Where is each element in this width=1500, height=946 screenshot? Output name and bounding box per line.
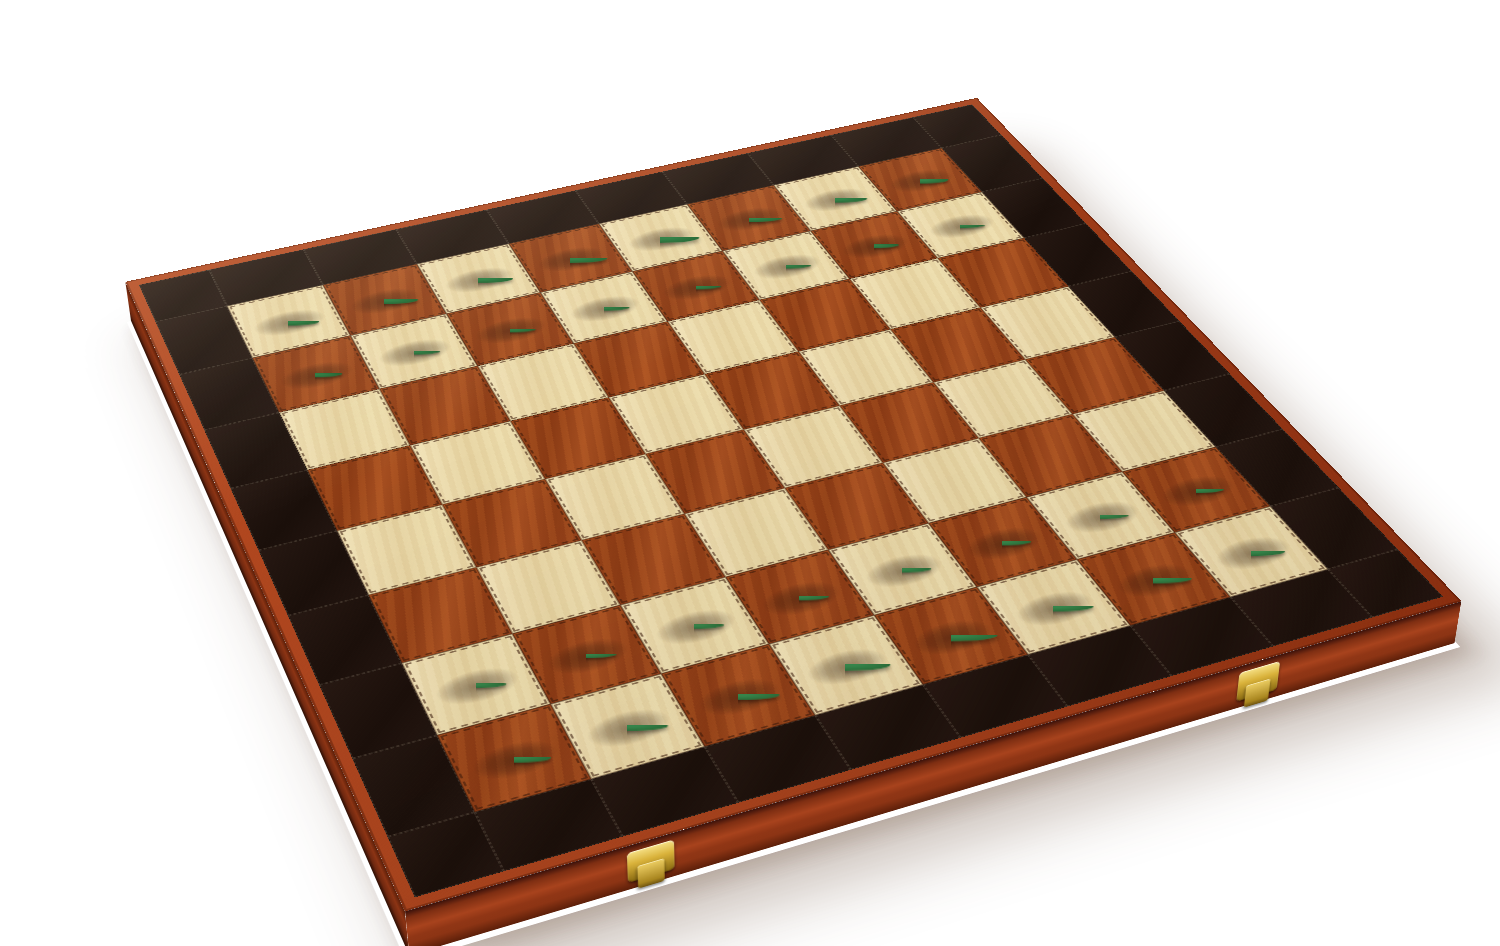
pawn-glyph: ♟: [471, 184, 548, 349]
rook-glyph: ♜: [460, 555, 568, 785]
pawn-glyph: ♟: [748, 125, 823, 285]
chess-board: ♜♞♝♛♚♝♞♜♟♟♟♟♟♟♟♟♟♟♟♟♟♟♟♟♜♞♝♛♚♝♞♜: [131, 135, 1455, 946]
pawn-glyph: ♟: [565, 164, 642, 327]
board-face: ♜♞♝♛♚♝♞♜♟♟♟♟♟♟♟♟♟♟♟♟♟♟♟♟♜♞♝♛♚♝♞♜: [125, 98, 1461, 911]
pawn-glyph: ♟: [276, 225, 355, 394]
scene: ♜♞♝♛♚♝♞♜♟♟♟♟♟♟♟♟♟♟♟♟♟♟♟♟♜♞♝♛♚♝♞♜: [0, 0, 1500, 946]
pawn-glyph: ♟: [837, 106, 911, 264]
knight-glyph: ♞: [1098, 371, 1209, 607]
brass-clasp: [626, 840, 674, 884]
pawn-glyph: ♟: [658, 144, 734, 306]
brass-clasp: [1237, 661, 1281, 702]
bishop-glyph: ♝: [677, 467, 799, 727]
rook-glyph: ♜: [1201, 366, 1300, 577]
knight-glyph: ♞: [568, 505, 686, 756]
pawn-glyph: ♟: [374, 204, 452, 371]
pawn-glyph: ♟: [923, 87, 996, 244]
queen-glyph: ♛: [780, 421, 910, 698]
